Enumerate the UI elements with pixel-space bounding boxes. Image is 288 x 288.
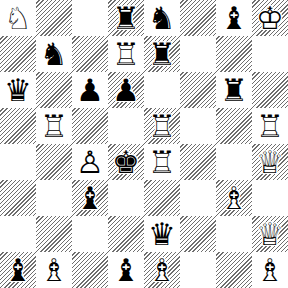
piece-black-rook: ♜♜ [216,72,252,108]
square-b8[interactable] [36,0,72,36]
white-bishop-icon: ♗ [216,180,252,216]
square-g7[interactable] [216,36,252,72]
square-b4[interactable] [36,144,72,180]
square-b3[interactable] [36,180,72,216]
square-d3[interactable] [108,180,144,216]
square-c6[interactable]: ♟♟ [72,72,108,108]
square-a6[interactable]: ♛♛ [0,72,36,108]
square-d8[interactable]: ♜♜ [108,0,144,36]
white-king-icon: ♔ [252,0,288,36]
black-bishop-icon: ♝ [108,252,144,288]
white-rook-icon: ♖ [144,144,180,180]
black-queen-icon: ♛ [0,72,36,108]
white-rook-icon: ♖ [36,108,72,144]
piece-white-pawn: ♟♙ [72,144,108,180]
square-g1[interactable] [216,252,252,288]
black-bishop-icon: ♝ [0,252,36,288]
white-queen-icon: ♕ [252,144,288,180]
black-rook-icon: ♜ [144,36,180,72]
black-king-icon: ♚ [108,144,144,180]
square-g6[interactable]: ♜♜ [216,72,252,108]
square-h5[interactable]: ♜♖ [252,108,288,144]
square-c1[interactable] [72,252,108,288]
white-bishop-icon: ♗ [144,252,180,288]
square-f4[interactable] [180,144,216,180]
square-e4[interactable]: ♜♖ [144,144,180,180]
square-f7[interactable] [180,36,216,72]
black-bishop-icon: ♝ [72,180,108,216]
white-rook-icon: ♖ [144,108,180,144]
square-g4[interactable] [216,144,252,180]
square-f2[interactable] [180,216,216,252]
square-h3[interactable] [252,180,288,216]
square-b1[interactable]: ♝♗ [36,252,72,288]
black-knight-icon: ♞ [36,36,72,72]
black-knight-icon: ♞ [144,0,180,36]
square-f5[interactable] [180,108,216,144]
piece-black-bishop: ♝♝ [216,0,252,36]
square-a4[interactable] [0,144,36,180]
square-e1[interactable]: ♝♗ [144,252,180,288]
black-bishop-icon: ♝ [216,0,252,36]
piece-black-bishop: ♝♝ [0,252,36,288]
square-h8[interactable]: ♚♔ [252,0,288,36]
black-pawn-icon: ♟ [72,72,108,108]
piece-white-rook: ♜♖ [252,108,288,144]
square-a8[interactable]: ♞♘ [0,0,36,36]
piece-black-queen: ♛♛ [144,216,180,252]
square-a7[interactable] [0,36,36,72]
square-b5[interactable]: ♜♖ [36,108,72,144]
piece-white-rook: ♜♖ [108,36,144,72]
square-e3[interactable] [144,180,180,216]
square-d4[interactable]: ♚♚ [108,144,144,180]
square-e6[interactable] [144,72,180,108]
square-e2[interactable]: ♛♛ [144,216,180,252]
piece-white-queen: ♛♕ [252,216,288,252]
black-rook-icon: ♜ [216,72,252,108]
square-c7[interactable] [72,36,108,72]
square-c8[interactable] [72,0,108,36]
piece-white-king: ♚♔ [252,0,288,36]
square-c2[interactable] [72,216,108,252]
square-h6[interactable] [252,72,288,108]
square-d2[interactable] [108,216,144,252]
square-c5[interactable] [72,108,108,144]
piece-black-bishop: ♝♝ [72,180,108,216]
black-rook-icon: ♜ [108,0,144,36]
piece-white-rook: ♜♖ [36,108,72,144]
square-a1[interactable]: ♝♝ [0,252,36,288]
piece-black-knight: ♞♞ [36,36,72,72]
piece-white-rook: ♜♖ [144,108,180,144]
square-g8[interactable]: ♝♝ [216,0,252,36]
square-g2[interactable] [216,216,252,252]
piece-white-bishop: ♝♗ [144,252,180,288]
white-rook-icon: ♖ [252,108,288,144]
piece-black-pawn: ♟♟ [72,72,108,108]
square-h4[interactable]: ♛♕ [252,144,288,180]
square-h7[interactable] [252,36,288,72]
piece-black-knight: ♞♞ [144,0,180,36]
square-d7[interactable]: ♜♖ [108,36,144,72]
piece-black-pawn: ♟♟ [108,72,144,108]
piece-black-bishop: ♝♝ [108,252,144,288]
black-queen-icon: ♛ [144,216,180,252]
white-bishop-icon: ♗ [36,252,72,288]
square-f3[interactable] [180,180,216,216]
piece-black-rook: ♜♜ [144,36,180,72]
square-e7[interactable]: ♜♜ [144,36,180,72]
square-h1[interactable]: ♝♗ [252,252,288,288]
square-a2[interactable] [0,216,36,252]
white-rook-icon: ♖ [108,36,144,72]
square-f8[interactable] [180,0,216,36]
square-f1[interactable] [180,252,216,288]
square-g5[interactable] [216,108,252,144]
square-f6[interactable] [180,72,216,108]
piece-white-bishop: ♝♗ [252,252,288,288]
white-bishop-icon: ♗ [252,252,288,288]
piece-white-queen: ♛♕ [252,144,288,180]
square-d1[interactable]: ♝♝ [108,252,144,288]
square-c3[interactable]: ♝♝ [72,180,108,216]
piece-white-knight: ♞♘ [0,0,36,36]
square-a3[interactable] [0,180,36,216]
square-d5[interactable] [108,108,144,144]
piece-white-rook: ♜♖ [144,144,180,180]
piece-white-bishop: ♝♗ [216,180,252,216]
piece-black-queen: ♛♛ [0,72,36,108]
white-pawn-icon: ♙ [72,144,108,180]
square-c4[interactable]: ♟♙ [72,144,108,180]
piece-black-rook: ♜♜ [108,0,144,36]
piece-black-king: ♚♚ [108,144,144,180]
square-b6[interactable] [36,72,72,108]
square-e8[interactable]: ♞♞ [144,0,180,36]
square-d6[interactable]: ♟♟ [108,72,144,108]
square-b7[interactable]: ♞♞ [36,36,72,72]
chess-board: ♞♘♜♜♞♞♝♝♚♔♞♞♜♖♜♜♛♛♟♟♟♟♜♜♜♖♜♖♜♖♟♙♚♚♜♖♛♕♝♝… [0,0,288,288]
white-queen-icon: ♕ [252,216,288,252]
white-knight-icon: ♘ [0,0,36,36]
square-h2[interactable]: ♛♕ [252,216,288,252]
square-e5[interactable]: ♜♖ [144,108,180,144]
black-pawn-icon: ♟ [108,72,144,108]
square-a5[interactable] [0,108,36,144]
square-g3[interactable]: ♝♗ [216,180,252,216]
square-b2[interactable] [36,216,72,252]
piece-white-bishop: ♝♗ [36,252,72,288]
